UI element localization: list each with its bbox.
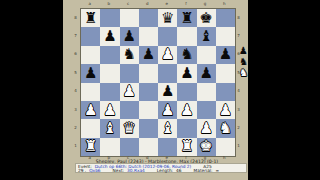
chess-board: ♜♛♜♚♟♟♝♞♟♟♞♟♟♟♟♟♟♟♟♟♟♟♝♛♝♟♞♜♜♚ <box>80 8 236 157</box>
game-info-box: Event: Dutch op 66th: Dutch (2012-09-06,… <box>75 163 247 173</box>
square-d2 <box>139 119 158 137</box>
square-a8: ♜ <box>81 9 100 27</box>
white-pawn: ♟ <box>219 103 232 118</box>
square-g1: ♚ <box>197 138 216 156</box>
move-link[interactable]: Qxb6 <box>89 169 100 174</box>
square-h8 <box>216 9 235 27</box>
square-b5 <box>100 64 119 82</box>
rank-label-5: 5 <box>73 63 78 81</box>
square-f2 <box>177 119 196 137</box>
square-h5 <box>216 64 235 82</box>
black-pawn: ♟ <box>161 84 174 99</box>
black-knight: ♞ <box>180 47 193 62</box>
square-h7 <box>216 27 235 45</box>
black-king: ♚ <box>199 11 212 26</box>
file-labels-top: abcdefgh <box>80 2 234 6</box>
move-number: 29 . <box>78 169 86 174</box>
rank-label-4: 4 <box>236 82 241 100</box>
square-h1 <box>216 138 235 156</box>
square-c8 <box>120 9 139 27</box>
square-c4: ♟ <box>120 83 139 101</box>
rank-label-2: 2 <box>73 118 78 136</box>
square-e6: ♟ <box>158 46 177 64</box>
black-queen: ♛ <box>161 11 174 26</box>
square-g4 <box>197 83 216 101</box>
next-label: Next: <box>113 169 124 174</box>
white-pawn: ♟ <box>161 47 174 62</box>
rank-label-7: 7 <box>236 26 241 44</box>
square-e4: ♟ <box>158 83 177 101</box>
pillarbox-right <box>248 0 320 180</box>
black-pawn: ♟ <box>84 66 97 81</box>
square-a3: ♟ <box>81 101 100 119</box>
square-e7 <box>158 27 177 45</box>
square-d5 <box>139 64 158 82</box>
captured-pieces-tray: ♟♞♞ <box>238 46 249 78</box>
file-label-e: e <box>157 2 176 6</box>
black-rook: ♜ <box>180 11 193 26</box>
square-f4 <box>177 83 196 101</box>
length-label: Length: <box>157 169 173 174</box>
white-rook: ♜ <box>180 139 193 154</box>
square-d7 <box>139 27 158 45</box>
square-b2: ♝ <box>100 119 119 137</box>
square-h6: ♟ <box>216 46 235 64</box>
rank-label-7: 7 <box>73 26 78 44</box>
black-knight-icon: ♞ <box>239 57 248 67</box>
square-g5: ♟ <box>197 64 216 82</box>
white-rook: ♜ <box>84 139 97 154</box>
square-f3: ♟ <box>177 101 196 119</box>
square-c2: ♛ <box>120 119 139 137</box>
square-e3: ♟ <box>158 101 177 119</box>
rank-label-2: 2 <box>236 118 241 136</box>
black-rook: ♜ <box>84 11 97 26</box>
next-move-link[interactable]: 30.Rxa4 <box>127 169 145 174</box>
square-c1 <box>120 138 139 156</box>
square-c5 <box>120 64 139 82</box>
square-e8: ♛ <box>158 9 177 27</box>
black-pawn: ♟ <box>199 66 212 81</box>
square-a7 <box>81 27 100 45</box>
square-a5: ♟ <box>81 64 100 82</box>
square-d1 <box>139 138 158 156</box>
file-label-c: c <box>119 2 138 6</box>
square-f8: ♜ <box>177 9 196 27</box>
white-knight-icon: ♞ <box>239 68 248 78</box>
black-pawn: ♟ <box>142 47 155 62</box>
white-pawn: ♟ <box>103 103 116 118</box>
square-a1: ♜ <box>81 138 100 156</box>
rank-labels-right: 87654321 <box>236 8 241 155</box>
black-pawn: ♟ <box>122 29 135 44</box>
rank-label-1: 1 <box>73 137 78 155</box>
square-e5 <box>158 64 177 82</box>
square-f7 <box>177 27 196 45</box>
square-a2 <box>81 119 100 137</box>
square-d6: ♟ <box>139 46 158 64</box>
black-pawn: ♟ <box>219 47 232 62</box>
file-label-b: b <box>99 2 118 6</box>
rank-label-8: 8 <box>73 8 78 26</box>
square-e1 <box>158 138 177 156</box>
white-bishop: ♝ <box>103 121 116 136</box>
square-f1: ♜ <box>177 138 196 156</box>
white-pawn: ♟ <box>84 103 97 118</box>
square-b8 <box>100 9 119 27</box>
square-g7: ♝ <box>197 27 216 45</box>
spacer <box>185 169 191 174</box>
rank-label-8: 8 <box>236 8 241 26</box>
square-f6: ♞ <box>177 46 196 64</box>
file-label-h: h <box>215 2 234 6</box>
rank-labels-left: 87654321 <box>73 8 78 155</box>
square-a4 <box>81 83 100 101</box>
square-b7: ♟ <box>100 27 119 45</box>
square-c6: ♞ <box>120 46 139 64</box>
square-h2: ♞ <box>216 119 235 137</box>
white-pawn: ♟ <box>122 84 135 99</box>
rank-label-6: 6 <box>73 45 78 63</box>
diagram-area: abcdefgh 87654321 87654321 ♜♛♜♚♟♟♝♞♟♟♞♟♟… <box>63 0 248 180</box>
black-pawn-icon: ♟ <box>239 46 248 56</box>
black-pawn: ♟ <box>103 29 116 44</box>
square-h4 <box>216 83 235 101</box>
white-pawn: ♟ <box>161 103 174 118</box>
white-knight: ♞ <box>219 121 232 136</box>
spacer <box>104 169 110 174</box>
square-e2: ♝ <box>158 119 177 137</box>
black-knight: ♞ <box>122 47 135 62</box>
file-label-d: d <box>138 2 157 6</box>
rank-label-3: 3 <box>73 100 78 118</box>
black-pawn: ♟ <box>180 66 193 81</box>
white-pawn: ♟ <box>180 103 193 118</box>
square-d8 <box>139 9 158 27</box>
white-bishop: ♝ <box>161 121 174 136</box>
square-g2: ♟ <box>197 119 216 137</box>
material-label: Material: <box>194 169 213 174</box>
white-pawn: ♟ <box>199 121 212 136</box>
square-b4 <box>100 83 119 101</box>
length-value: 46 <box>176 169 181 174</box>
square-b1 <box>100 138 119 156</box>
rank-label-1: 1 <box>236 137 241 155</box>
white-king: ♚ <box>199 139 212 154</box>
square-d4 <box>139 83 158 101</box>
spacer <box>148 169 154 174</box>
square-a6 <box>81 46 100 64</box>
black-bishop: ♝ <box>199 29 212 44</box>
square-c3 <box>120 101 139 119</box>
square-g8: ♚ <box>197 9 216 27</box>
square-b6 <box>100 46 119 64</box>
rank-label-3: 3 <box>236 100 241 118</box>
square-f5: ♟ <box>177 64 196 82</box>
material-value: = <box>215 169 219 174</box>
file-label-f: f <box>176 2 195 6</box>
square-h3: ♟ <box>216 101 235 119</box>
file-label-g: g <box>196 2 215 6</box>
square-g6 <box>197 46 216 64</box>
square-g3 <box>197 101 216 119</box>
moves-row: 29 . Qxb6 Next: 30.Rxa4 Length: 46 Mater… <box>78 169 244 174</box>
square-b3: ♟ <box>100 101 119 119</box>
rank-label-4: 4 <box>73 82 78 100</box>
white-queen: ♛ <box>122 121 135 136</box>
file-label-a: a <box>80 2 99 6</box>
pillarbox-left <box>0 0 63 180</box>
square-d3 <box>139 101 158 119</box>
square-c7: ♟ <box>120 27 139 45</box>
